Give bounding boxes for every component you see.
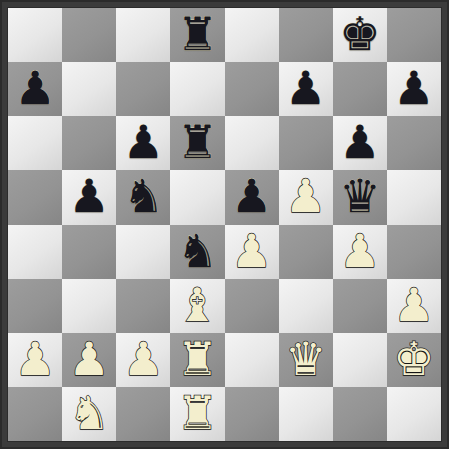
black-pawn-c6[interactable]: ♟ bbox=[123, 119, 164, 165]
square-e6[interactable] bbox=[225, 116, 279, 170]
black-pawn-a7[interactable]: ♟ bbox=[14, 65, 55, 111]
square-g2[interactable] bbox=[333, 333, 387, 387]
square-f5[interactable]: ♟ bbox=[279, 170, 333, 224]
black-knight-d4[interactable]: ♞ bbox=[177, 228, 218, 274]
square-h1[interactable] bbox=[387, 387, 441, 441]
square-a3[interactable] bbox=[8, 279, 62, 333]
square-a1[interactable] bbox=[8, 387, 62, 441]
square-b1[interactable]: ♞ bbox=[62, 387, 116, 441]
square-h5[interactable] bbox=[387, 170, 441, 224]
square-e8[interactable] bbox=[225, 8, 279, 62]
square-c8[interactable] bbox=[116, 8, 170, 62]
black-rook-d8[interactable]: ♜ bbox=[177, 11, 218, 57]
square-g1[interactable] bbox=[333, 387, 387, 441]
square-a2[interactable]: ♟ bbox=[8, 333, 62, 387]
square-e4[interactable]: ♟ bbox=[225, 225, 279, 279]
black-pawn-g6[interactable]: ♟ bbox=[339, 119, 380, 165]
square-c7[interactable] bbox=[116, 62, 170, 116]
square-g5[interactable]: ♛ bbox=[333, 170, 387, 224]
square-h4[interactable] bbox=[387, 225, 441, 279]
square-h8[interactable] bbox=[387, 8, 441, 62]
chess-board: ♜♚♟♟♟♟♜♟♟♞♟♟♛♞♟♟♝♟♟♟♟♜♛♚♞♜ bbox=[8, 8, 441, 441]
black-pawn-h7[interactable]: ♟ bbox=[393, 65, 434, 111]
square-g6[interactable]: ♟ bbox=[333, 116, 387, 170]
square-g4[interactable]: ♟ bbox=[333, 225, 387, 279]
square-c2[interactable]: ♟ bbox=[116, 333, 170, 387]
square-b5[interactable]: ♟ bbox=[62, 170, 116, 224]
white-bishop-d3[interactable]: ♝ bbox=[177, 282, 218, 328]
square-c4[interactable] bbox=[116, 225, 170, 279]
black-pawn-f7[interactable]: ♟ bbox=[285, 65, 326, 111]
white-pawn-f5[interactable]: ♟ bbox=[285, 173, 326, 219]
black-pawn-b5[interactable]: ♟ bbox=[69, 173, 110, 219]
square-d2[interactable]: ♜ bbox=[170, 333, 224, 387]
square-e1[interactable] bbox=[225, 387, 279, 441]
white-knight-b1[interactable]: ♞ bbox=[69, 390, 110, 436]
square-h7[interactable]: ♟ bbox=[387, 62, 441, 116]
black-rook-d6[interactable]: ♜ bbox=[177, 119, 218, 165]
white-pawn-a2[interactable]: ♟ bbox=[14, 336, 55, 382]
square-b4[interactable] bbox=[62, 225, 116, 279]
square-d3[interactable]: ♝ bbox=[170, 279, 224, 333]
black-queen-g5[interactable]: ♛ bbox=[339, 173, 380, 219]
square-a7[interactable]: ♟ bbox=[8, 62, 62, 116]
square-b6[interactable] bbox=[62, 116, 116, 170]
square-b2[interactable]: ♟ bbox=[62, 333, 116, 387]
square-e7[interactable] bbox=[225, 62, 279, 116]
square-e5[interactable]: ♟ bbox=[225, 170, 279, 224]
square-g3[interactable] bbox=[333, 279, 387, 333]
square-a8[interactable] bbox=[8, 8, 62, 62]
black-knight-c5[interactable]: ♞ bbox=[123, 173, 164, 219]
board-frame: ♜♚♟♟♟♟♜♟♟♞♟♟♛♞♟♟♝♟♟♟♟♜♛♚♞♜ bbox=[0, 0, 449, 449]
square-f4[interactable] bbox=[279, 225, 333, 279]
square-f3[interactable] bbox=[279, 279, 333, 333]
white-king-h2[interactable]: ♚ bbox=[393, 336, 434, 382]
square-e3[interactable] bbox=[225, 279, 279, 333]
white-queen-f2[interactable]: ♛ bbox=[285, 336, 326, 382]
square-c6[interactable]: ♟ bbox=[116, 116, 170, 170]
square-c5[interactable]: ♞ bbox=[116, 170, 170, 224]
square-h2[interactable]: ♚ bbox=[387, 333, 441, 387]
square-a6[interactable] bbox=[8, 116, 62, 170]
white-pawn-b2[interactable]: ♟ bbox=[69, 336, 110, 382]
square-f1[interactable] bbox=[279, 387, 333, 441]
white-pawn-h3[interactable]: ♟ bbox=[393, 282, 434, 328]
square-a4[interactable] bbox=[8, 225, 62, 279]
square-a5[interactable] bbox=[8, 170, 62, 224]
square-c3[interactable] bbox=[116, 279, 170, 333]
square-c1[interactable] bbox=[116, 387, 170, 441]
black-king-g8[interactable]: ♚ bbox=[339, 11, 380, 57]
square-f8[interactable] bbox=[279, 8, 333, 62]
black-pawn-e5[interactable]: ♟ bbox=[231, 173, 272, 219]
square-b8[interactable] bbox=[62, 8, 116, 62]
white-pawn-g4[interactable]: ♟ bbox=[339, 228, 380, 274]
square-g8[interactable]: ♚ bbox=[333, 8, 387, 62]
square-d6[interactable]: ♜ bbox=[170, 116, 224, 170]
square-b7[interactable] bbox=[62, 62, 116, 116]
white-rook-d1[interactable]: ♜ bbox=[177, 390, 218, 436]
white-rook-d2[interactable]: ♜ bbox=[177, 336, 218, 382]
square-d7[interactable] bbox=[170, 62, 224, 116]
square-d1[interactable]: ♜ bbox=[170, 387, 224, 441]
square-f2[interactable]: ♛ bbox=[279, 333, 333, 387]
square-h3[interactable]: ♟ bbox=[387, 279, 441, 333]
square-g7[interactable] bbox=[333, 62, 387, 116]
square-d8[interactable]: ♜ bbox=[170, 8, 224, 62]
square-e2[interactable] bbox=[225, 333, 279, 387]
square-f7[interactable]: ♟ bbox=[279, 62, 333, 116]
square-d5[interactable] bbox=[170, 170, 224, 224]
square-d4[interactable]: ♞ bbox=[170, 225, 224, 279]
square-b3[interactable] bbox=[62, 279, 116, 333]
square-h6[interactable] bbox=[387, 116, 441, 170]
square-f6[interactable] bbox=[279, 116, 333, 170]
white-pawn-c2[interactable]: ♟ bbox=[123, 336, 164, 382]
white-pawn-e4[interactable]: ♟ bbox=[231, 228, 272, 274]
